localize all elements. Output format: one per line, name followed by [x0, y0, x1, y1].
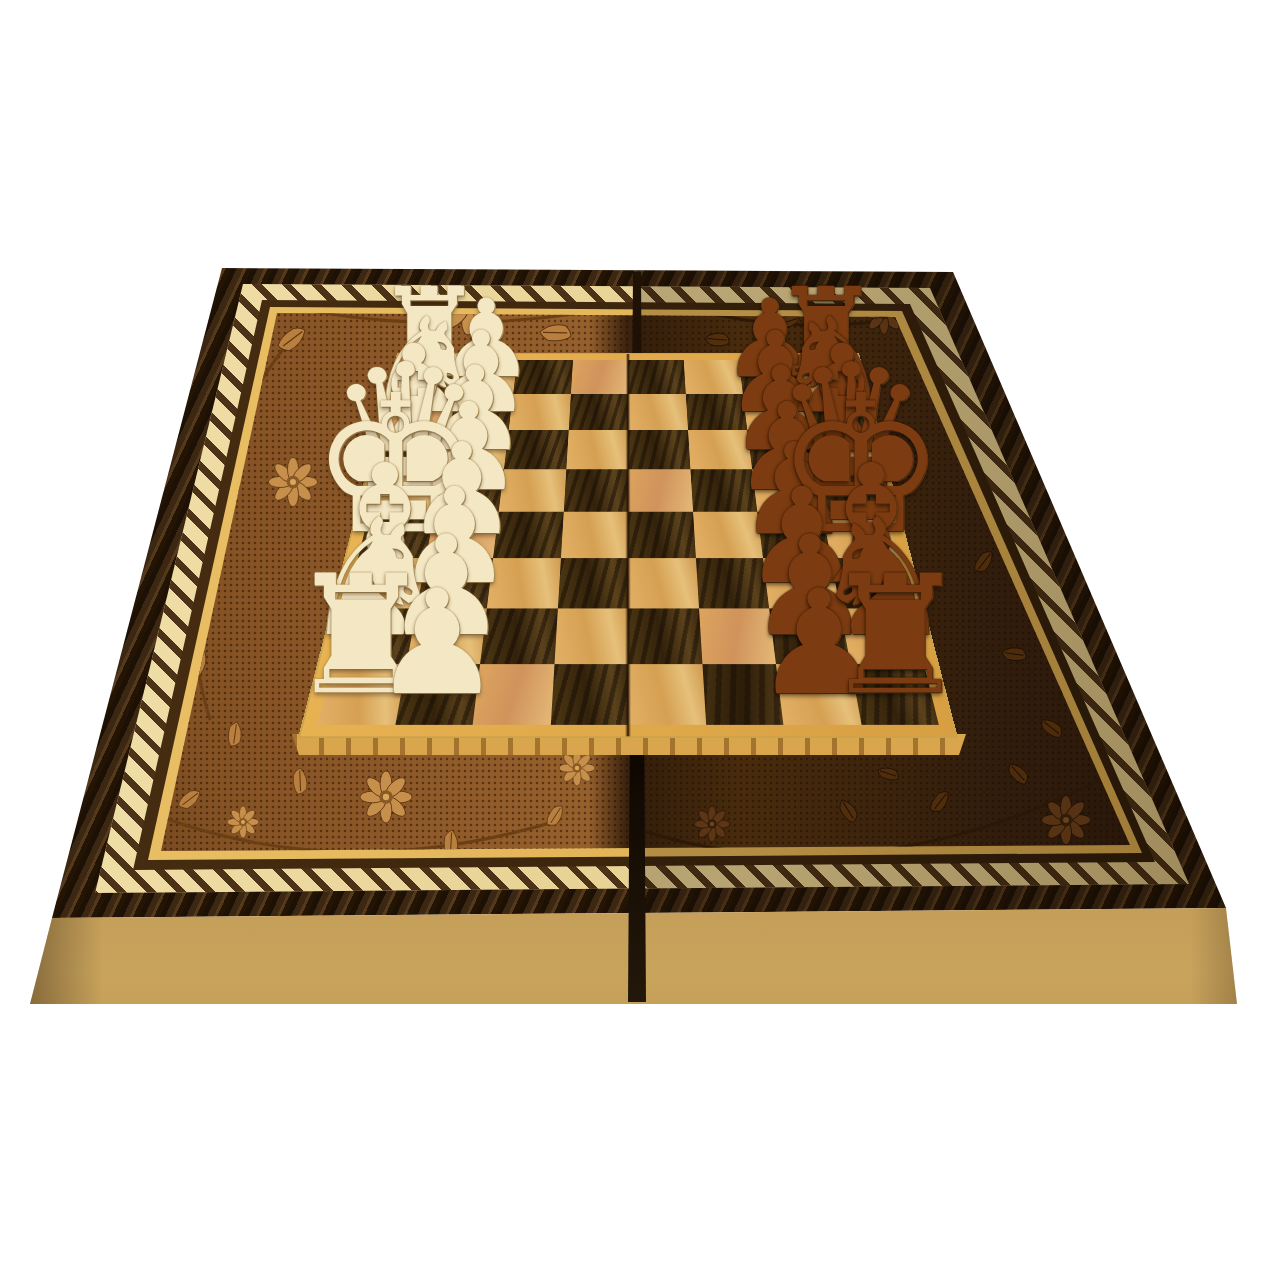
square-b5[interactable] — [628, 394, 688, 430]
square-h5[interactable] — [628, 664, 706, 725]
square-c5[interactable] — [628, 430, 690, 469]
square-a5[interactable] — [628, 360, 685, 394]
board-fold-seam — [625, 354, 631, 736]
square-a4[interactable] — [571, 360, 628, 394]
square-g4[interactable] — [554, 608, 628, 663]
piece-white-pawn[interactable]: ♟ — [372, 571, 502, 716]
scene: Hand-carved wooden folding chess box wit… — [0, 0, 1280, 1280]
square-f4[interactable] — [557, 558, 628, 609]
square-f5[interactable] — [628, 558, 699, 609]
square-c4[interactable] — [566, 430, 628, 469]
square-h4[interactable] — [550, 664, 628, 725]
square-b4[interactable] — [568, 394, 628, 430]
piece-dark-rook[interactable]: ♜ — [822, 554, 969, 718]
square-e5[interactable] — [628, 512, 695, 558]
square-g5[interactable] — [628, 608, 702, 663]
square-e4[interactable] — [561, 512, 628, 558]
square-d5[interactable] — [628, 469, 693, 512]
square-d4[interactable] — [563, 469, 628, 512]
